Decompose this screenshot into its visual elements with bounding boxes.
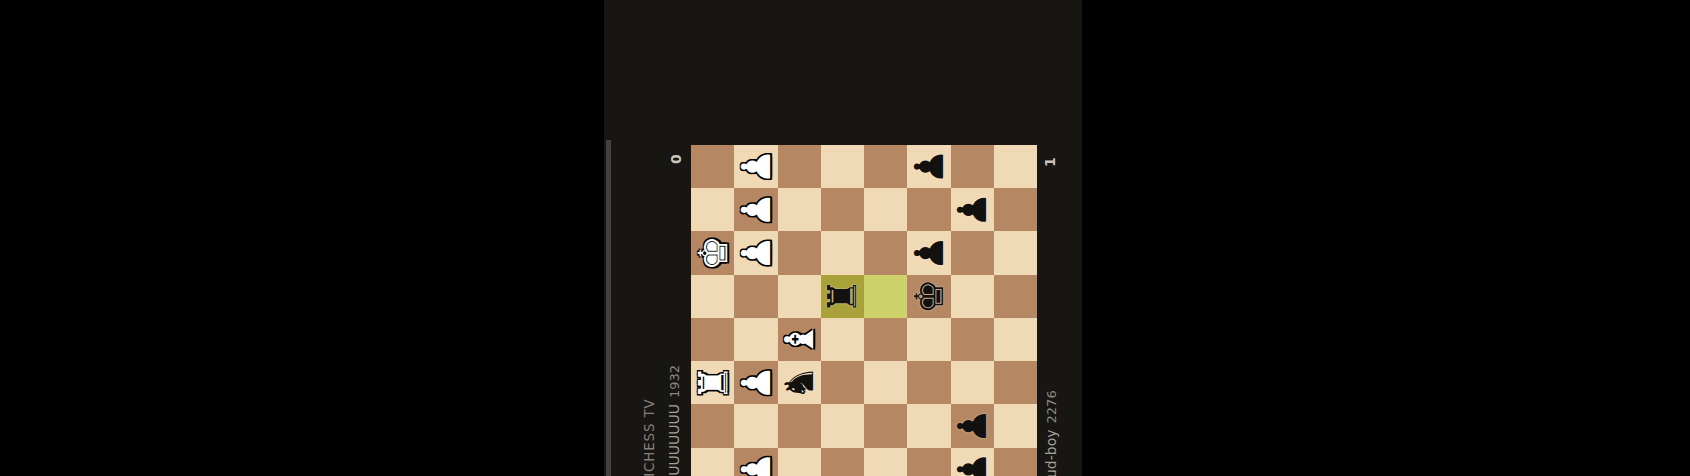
square — [907, 318, 950, 361]
black-pawn: ♟ — [909, 235, 949, 271]
square — [734, 405, 777, 448]
square — [994, 361, 1037, 404]
square — [907, 405, 950, 448]
black-king: ♚ — [909, 278, 949, 314]
square — [691, 318, 734, 361]
square: ♚ — [907, 275, 950, 318]
screenshot-root: LICHESS TV UUUUUUUU 1932 0 ♜♚♟♟♟♟♟♞♝♜♚♟♟… — [0, 0, 1690, 476]
square — [691, 188, 734, 231]
square — [994, 145, 1037, 188]
square — [951, 145, 994, 188]
lichess-tv-title: LICHESS TV — [641, 398, 657, 476]
player-bottom-row: ud-boy 2276 — [1043, 390, 1059, 476]
white-pawn: ♟ — [736, 235, 776, 271]
white-king: ♚ — [693, 235, 733, 271]
square — [907, 448, 950, 476]
square — [951, 318, 994, 361]
player-top-name: UUUUUUUU — [666, 404, 682, 476]
black-pawn: ♟ — [952, 408, 992, 444]
square — [994, 448, 1037, 476]
square — [907, 188, 950, 231]
square — [994, 188, 1037, 231]
square — [778, 232, 821, 275]
square — [994, 405, 1037, 448]
black-knight: ♞ — [779, 365, 819, 401]
square — [907, 361, 950, 404]
square — [994, 232, 1037, 275]
square — [864, 405, 907, 448]
square: ♟ — [907, 145, 950, 188]
chess-board: ♜♚♟♟♟♟♟♞♝♜♚♟♟♟♟♟ — [691, 145, 1037, 476]
square — [821, 232, 864, 275]
player-bottom-rating: 2276 — [1044, 390, 1059, 423]
square — [951, 361, 994, 404]
square — [864, 188, 907, 231]
white-pawn: ♟ — [736, 192, 776, 228]
square: ♟ — [734, 361, 777, 404]
square: ♟ — [907, 232, 950, 275]
square — [691, 145, 734, 188]
white-bishop: ♝ — [779, 322, 819, 358]
square — [994, 275, 1037, 318]
player-top-score: 0 — [668, 154, 684, 164]
square: ♟ — [951, 448, 994, 476]
square — [821, 405, 864, 448]
player-top-rating: 1932 — [667, 365, 682, 398]
square — [691, 275, 734, 318]
square: ♜ — [821, 275, 864, 318]
white-pawn: ♟ — [736, 149, 776, 185]
player-top-row: UUUUUUUU 1932 — [666, 365, 682, 476]
player-bottom-name: ud-boy — [1043, 429, 1059, 476]
panel-divider — [606, 140, 611, 476]
square — [778, 448, 821, 476]
black-pawn: ♟ — [952, 192, 992, 228]
black-rook: ♜ — [822, 278, 862, 314]
player-bottom-score: 1 — [1042, 157, 1058, 167]
square — [821, 448, 864, 476]
square: ♟ — [734, 188, 777, 231]
white-pawn: ♟ — [736, 365, 776, 401]
square: ♞ — [778, 361, 821, 404]
black-pawn: ♟ — [909, 149, 949, 185]
square — [734, 275, 777, 318]
rotated-portrait-page: LICHESS TV UUUUUUUU 1932 0 ♜♚♟♟♟♟♟♞♝♜♚♟♟… — [0, 0, 1690, 476]
square — [864, 361, 907, 404]
white-pawn: ♟ — [736, 451, 776, 476]
square: ♟ — [734, 145, 777, 188]
square: ♟ — [951, 405, 994, 448]
square — [778, 145, 821, 188]
square — [864, 232, 907, 275]
square: ♟ — [951, 188, 994, 231]
square — [821, 361, 864, 404]
square — [821, 145, 864, 188]
square: ♜ — [691, 361, 734, 404]
square — [864, 318, 907, 361]
square — [994, 318, 1037, 361]
square — [951, 232, 994, 275]
square — [864, 275, 907, 318]
square — [691, 448, 734, 476]
square — [864, 145, 907, 188]
square — [821, 318, 864, 361]
square — [951, 275, 994, 318]
square — [778, 275, 821, 318]
square — [778, 188, 821, 231]
square — [864, 448, 907, 476]
square — [821, 188, 864, 231]
square — [691, 405, 734, 448]
black-pawn: ♟ — [952, 451, 992, 476]
square — [778, 405, 821, 448]
square: ♟ — [734, 448, 777, 476]
square — [734, 318, 777, 361]
square: ♝ — [778, 318, 821, 361]
square: ♚ — [691, 232, 734, 275]
square: ♟ — [734, 232, 777, 275]
white-rook: ♜ — [693, 365, 733, 401]
